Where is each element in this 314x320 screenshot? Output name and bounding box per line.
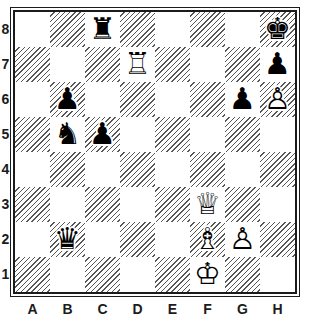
square-h6[interactable]: ♟♙	[260, 82, 295, 117]
square-g5[interactable]	[225, 117, 260, 152]
square-c8[interactable]: ♜♜	[85, 12, 120, 47]
piece-glyph: ♔	[190, 257, 225, 292]
square-d4[interactable]	[120, 152, 155, 187]
file-label-a: A	[15, 301, 50, 317]
board-frame: ♜♜♚♚♜♖♟♟♟♟♟♟♟♙♞♞♟♟♛♕♛♛♝♗♟♙♚♔	[10, 7, 300, 297]
piece-glyph: ♟	[50, 82, 85, 117]
square-f2[interactable]: ♝♗	[190, 222, 225, 257]
piece-black-pawn: ♟♟	[225, 82, 260, 117]
piece-white-queen: ♛♕	[190, 187, 225, 222]
square-c1[interactable]	[85, 257, 120, 292]
square-b3[interactable]	[50, 187, 85, 222]
square-d3[interactable]	[120, 187, 155, 222]
square-g7[interactable]	[225, 47, 260, 82]
square-h1[interactable]	[260, 257, 295, 292]
file-label-c: C	[85, 301, 120, 317]
file-label-f: F	[190, 301, 225, 317]
square-d6[interactable]	[120, 82, 155, 117]
piece-glyph: ♞	[50, 117, 85, 152]
piece-glyph: ♚	[260, 12, 295, 47]
square-b5[interactable]: ♞♞	[50, 117, 85, 152]
square-d1[interactable]	[120, 257, 155, 292]
chess-board[interactable]: ♜♜♚♚♜♖♟♟♟♟♟♟♟♙♞♞♟♟♛♕♛♛♝♗♟♙♚♔	[15, 12, 295, 292]
square-g6[interactable]: ♟♟	[225, 82, 260, 117]
piece-glyph: ♟	[260, 47, 295, 82]
square-h8[interactable]: ♚♚	[260, 12, 295, 47]
square-b8[interactable]	[50, 12, 85, 47]
piece-black-queen: ♛♛	[50, 222, 85, 257]
square-a3[interactable]	[15, 187, 50, 222]
square-b4[interactable]	[50, 152, 85, 187]
piece-white-king: ♚♔	[190, 257, 225, 292]
square-e3[interactable]	[155, 187, 190, 222]
square-g8[interactable]	[225, 12, 260, 47]
square-h7[interactable]: ♟♟	[260, 47, 295, 82]
square-a6[interactable]	[15, 82, 50, 117]
chess-diagram: 87654321 ♜♜♚♚♜♖♟♟♟♟♟♟♟♙♞♞♟♟♛♕♛♛♝♗♟♙♚♔ AB…	[0, 0, 314, 320]
square-c4[interactable]	[85, 152, 120, 187]
square-c5[interactable]: ♟♟	[85, 117, 120, 152]
square-f3[interactable]: ♛♕	[190, 187, 225, 222]
square-a1[interactable]	[15, 257, 50, 292]
piece-white-pawn: ♟♙	[260, 82, 295, 117]
square-d2[interactable]	[120, 222, 155, 257]
square-c2[interactable]	[85, 222, 120, 257]
piece-glyph: ♜	[85, 12, 120, 47]
square-a5[interactable]	[15, 117, 50, 152]
piece-black-king: ♚♚	[260, 12, 295, 47]
piece-glyph: ♙	[225, 222, 260, 257]
square-c7[interactable]	[85, 47, 120, 82]
file-label-b: B	[50, 301, 85, 317]
square-b2[interactable]: ♛♛	[50, 222, 85, 257]
piece-white-pawn: ♟♙	[225, 222, 260, 257]
square-b1[interactable]	[50, 257, 85, 292]
square-e8[interactable]	[155, 12, 190, 47]
square-e6[interactable]	[155, 82, 190, 117]
piece-black-pawn: ♟♟	[50, 82, 85, 117]
file-label-g: G	[225, 301, 260, 317]
file-label-h: H	[260, 301, 295, 317]
square-f5[interactable]	[190, 117, 225, 152]
piece-white-rook: ♜♖	[120, 47, 155, 82]
square-f7[interactable]	[190, 47, 225, 82]
square-h4[interactable]	[260, 152, 295, 187]
square-f1[interactable]: ♚♔	[190, 257, 225, 292]
square-d7[interactable]: ♜♖	[120, 47, 155, 82]
file-label-e: E	[155, 301, 190, 317]
piece-glyph: ♗	[190, 222, 225, 257]
square-b7[interactable]	[50, 47, 85, 82]
square-g4[interactable]	[225, 152, 260, 187]
board-inner-frame: ♜♜♚♚♜♖♟♟♟♟♟♟♟♙♞♞♟♟♛♕♛♛♝♗♟♙♚♔	[13, 10, 297, 294]
piece-black-rook: ♜♜	[85, 12, 120, 47]
piece-glyph: ♖	[120, 47, 155, 82]
square-e5[interactable]	[155, 117, 190, 152]
square-d5[interactable]	[120, 117, 155, 152]
square-e1[interactable]	[155, 257, 190, 292]
piece-glyph: ♙	[260, 82, 295, 117]
piece-glyph: ♟	[85, 117, 120, 152]
square-a2[interactable]	[15, 222, 50, 257]
square-g1[interactable]	[225, 257, 260, 292]
square-g3[interactable]	[225, 187, 260, 222]
square-b6[interactable]: ♟♟	[50, 82, 85, 117]
piece-glyph: ♕	[190, 187, 225, 222]
square-e2[interactable]	[155, 222, 190, 257]
piece-black-pawn: ♟♟	[260, 47, 295, 82]
square-h2[interactable]	[260, 222, 295, 257]
square-a7[interactable]	[15, 47, 50, 82]
square-h5[interactable]	[260, 117, 295, 152]
square-g2[interactable]: ♟♙	[225, 222, 260, 257]
square-h3[interactable]	[260, 187, 295, 222]
piece-white-bishop: ♝♗	[190, 222, 225, 257]
piece-black-knight: ♞♞	[50, 117, 85, 152]
file-label-d: D	[120, 301, 155, 317]
square-c3[interactable]	[85, 187, 120, 222]
piece-black-pawn: ♟♟	[85, 117, 120, 152]
square-e4[interactable]	[155, 152, 190, 187]
square-f6[interactable]	[190, 82, 225, 117]
square-a4[interactable]	[15, 152, 50, 187]
square-a8[interactable]	[15, 12, 50, 47]
square-c6[interactable]	[85, 82, 120, 117]
square-d8[interactable]	[120, 12, 155, 47]
square-f4[interactable]	[190, 152, 225, 187]
square-e7[interactable]	[155, 47, 190, 82]
square-f8[interactable]	[190, 12, 225, 47]
piece-glyph: ♛	[50, 222, 85, 257]
piece-glyph: ♟	[225, 82, 260, 117]
